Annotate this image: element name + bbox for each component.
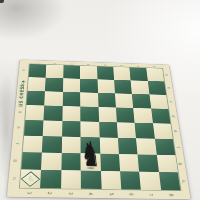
square-f2[interactable]	[119, 154, 139, 171]
square-h2[interactable]	[157, 155, 178, 172]
square-a4[interactable]	[24, 120, 44, 136]
square-a5[interactable]	[25, 105, 44, 120]
square-h5[interactable]	[151, 108, 171, 123]
square-e5[interactable]	[98, 107, 117, 122]
square-h1[interactable]	[159, 172, 181, 190]
square-h8[interactable]	[146, 68, 164, 81]
square-d7[interactable]	[80, 79, 97, 93]
square-b6[interactable]	[45, 91, 63, 106]
square-b3[interactable]	[42, 136, 62, 153]
square-c8[interactable]	[63, 65, 80, 79]
square-f1[interactable]	[120, 171, 141, 189]
square-b1[interactable]	[40, 170, 61, 189]
square-c5[interactable]	[62, 106, 80, 121]
square-c1[interactable]	[61, 170, 81, 188]
square-d1[interactable]	[81, 171, 101, 189]
square-c3[interactable]	[62, 137, 81, 154]
square-c2[interactable]	[61, 153, 81, 171]
square-h4[interactable]	[153, 123, 173, 139]
square-b8[interactable]	[46, 65, 63, 79]
photo-canvas: ♞♘ 12345678 12345678 abcdefgh abcdefgh U…	[0, 0, 200, 200]
square-f3[interactable]	[118, 138, 138, 155]
square-g7[interactable]	[131, 80, 149, 94]
square-e4[interactable]	[99, 122, 118, 138]
black-knight[interactable]: ♞	[81, 138, 100, 171]
square-f6[interactable]	[115, 93, 134, 108]
square-f8[interactable]	[113, 67, 131, 80]
photo-edge-artifact	[0, 0, 4, 3]
square-g6[interactable]	[132, 94, 151, 109]
uschess-diamond-icon: ◆	[20, 80, 25, 82]
square-c7[interactable]	[63, 78, 80, 92]
square-a6[interactable]	[26, 91, 45, 106]
square-f5[interactable]	[116, 107, 135, 122]
square-a2[interactable]	[21, 152, 42, 170]
square-b7[interactable]	[45, 78, 63, 92]
square-g8[interactable]	[130, 68, 148, 81]
uschess-crest-icon: ♘	[21, 171, 40, 187]
square-e1[interactable]	[100, 171, 121, 189]
square-g2[interactable]	[138, 155, 159, 172]
square-e6[interactable]	[98, 93, 116, 108]
square-c6[interactable]	[62, 92, 80, 107]
square-d6[interactable]	[80, 92, 98, 107]
square-g4[interactable]	[135, 123, 155, 139]
square-g1[interactable]	[139, 172, 160, 190]
square-a1[interactable]: ♘	[20, 170, 41, 189]
square-a8[interactable]	[29, 64, 47, 78]
chessboard: ♞♘ 12345678 12345678 abcdefgh abcdefgh U…	[7, 60, 191, 199]
board-mat: ♞♘ 12345678 12345678 abcdefgh abcdefgh U…	[7, 60, 191, 199]
square-a3[interactable]	[23, 136, 43, 153]
square-d5[interactable]	[80, 107, 98, 122]
square-e7[interactable]	[97, 79, 115, 93]
square-d2[interactable]: ♞	[81, 153, 101, 171]
square-a7[interactable]	[28, 77, 46, 91]
square-b5[interactable]	[44, 106, 63, 121]
square-e3[interactable]	[99, 137, 119, 154]
square-b4[interactable]	[43, 120, 62, 136]
square-f7[interactable]	[114, 80, 132, 94]
square-c4[interactable]	[62, 121, 81, 137]
square-d8[interactable]	[80, 66, 97, 79]
square-f4[interactable]	[117, 122, 136, 138]
square-e8[interactable]	[97, 66, 114, 79]
square-h6[interactable]	[149, 94, 168, 109]
square-h3[interactable]	[155, 139, 176, 156]
square-e2[interactable]	[100, 154, 120, 172]
square-h7[interactable]	[148, 81, 167, 95]
brand-text: US CHESS	[17, 84, 25, 107]
square-b2[interactable]	[41, 153, 61, 171]
square-g3[interactable]	[136, 138, 156, 155]
board-grid: ♞♘	[20, 64, 180, 190]
square-g5[interactable]	[133, 108, 152, 123]
